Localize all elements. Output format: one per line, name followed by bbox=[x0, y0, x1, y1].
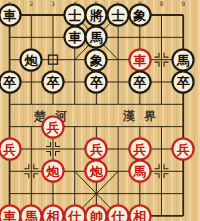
piece-black-chariot[interactable]: 車 bbox=[63, 26, 86, 49]
xiangqi-board: 123456789 楚河 漢界 車士將士象車馬炮象車馬卒卒卒卒卒兵兵兵兵兵炮炮馬… bbox=[0, 0, 200, 221]
piece-black-soldier[interactable]: 卒 bbox=[172, 70, 195, 93]
piece-black-horse[interactable]: 馬 bbox=[172, 48, 195, 71]
column-label-2: 2 bbox=[29, 0, 33, 7]
piece-red-horse[interactable]: 馬 bbox=[128, 160, 151, 183]
column-label-8: 8 bbox=[160, 0, 164, 7]
piece-red-advisor[interactable]: 仕 bbox=[107, 204, 130, 221]
piece-black-soldier[interactable]: 卒 bbox=[42, 70, 65, 93]
piece-red-general[interactable]: 帥 bbox=[85, 204, 108, 221]
piece-red-elephant[interactable]: 相 bbox=[42, 204, 65, 221]
piece-red-elephant[interactable]: 相 bbox=[128, 204, 151, 221]
piece-red-cannon[interactable]: 炮 bbox=[85, 160, 108, 183]
column-label-9: 9 bbox=[181, 0, 185, 7]
piece-black-advisor[interactable]: 士 bbox=[63, 4, 86, 27]
piece-red-cannon[interactable]: 炮 bbox=[42, 160, 65, 183]
piece-red-chariot[interactable]: 車 bbox=[128, 48, 151, 71]
piece-red-soldier[interactable]: 兵 bbox=[85, 137, 108, 160]
piece-red-horse[interactable]: 馬 bbox=[20, 204, 43, 221]
piece-red-advisor[interactable]: 仕 bbox=[63, 204, 86, 221]
piece-black-general[interactable]: 將 bbox=[85, 4, 108, 27]
river-label-right: 漢界 bbox=[123, 108, 165, 125]
piece-black-cannon[interactable]: 炮 bbox=[20, 48, 43, 71]
piece-red-soldier[interactable]: 兵 bbox=[42, 115, 65, 138]
piece-red-soldier[interactable]: 兵 bbox=[128, 137, 151, 160]
piece-black-elephant[interactable]: 象 bbox=[128, 4, 151, 27]
piece-red-soldier[interactable]: 兵 bbox=[172, 137, 195, 160]
column-label-3: 3 bbox=[51, 0, 55, 7]
piece-black-elephant[interactable]: 象 bbox=[85, 48, 108, 71]
piece-black-horse[interactable]: 馬 bbox=[85, 26, 108, 49]
piece-black-advisor[interactable]: 士 bbox=[107, 4, 130, 27]
piece-black-soldier[interactable]: 卒 bbox=[85, 70, 108, 93]
piece-black-soldier[interactable]: 卒 bbox=[128, 70, 151, 93]
